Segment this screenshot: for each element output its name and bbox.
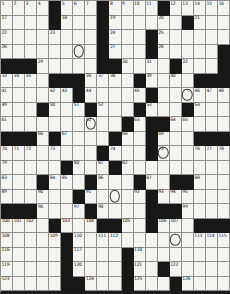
grid-cell[interactable] [73, 30, 85, 45]
grid-cell[interactable]: 126 [182, 277, 194, 292]
grid-cell[interactable] [73, 219, 85, 234]
grid-cell[interactable] [206, 262, 218, 277]
grid-cell[interactable]: 117 [73, 248, 85, 263]
grid-cell[interactable]: 65 [182, 117, 194, 132]
grid-cell[interactable] [158, 233, 170, 248]
grid-cell[interactable]: 99 [182, 204, 194, 219]
grid-cell[interactable] [61, 103, 73, 118]
grid-cell[interactable]: 83 [1, 175, 13, 190]
grid-cell[interactable]: 67 [61, 132, 73, 147]
grid-cell[interactable] [85, 16, 97, 31]
grid-cell[interactable] [122, 88, 134, 103]
grid-cell[interactable]: 20 [158, 16, 170, 31]
grid-cell[interactable]: 46 [194, 88, 206, 103]
grid-cell[interactable]: 75 [158, 146, 170, 161]
grid-cell[interactable]: 97 [73, 204, 85, 219]
grid-cell[interactable] [122, 175, 134, 190]
grid-cell[interactable]: 121 [134, 262, 146, 277]
grid-cell[interactable]: 4 [37, 1, 49, 16]
grid-cell[interactable] [146, 277, 158, 292]
grid-cell[interactable] [25, 277, 37, 292]
grid-cell[interactable]: 104 [85, 219, 97, 234]
grid-cell[interactable]: 17 [1, 16, 13, 31]
grid-cell[interactable]: 93 [158, 190, 170, 205]
grid-cell[interactable] [122, 146, 134, 161]
grid-cell[interactable] [206, 175, 218, 190]
grid-cell[interactable]: 11 [146, 1, 158, 16]
grid-cell[interactable] [122, 204, 134, 219]
grid-cell[interactable]: 22 [1, 30, 13, 45]
grid-cell[interactable]: 13 [182, 1, 194, 16]
grid-cell[interactable] [122, 74, 134, 89]
grid-cell[interactable] [206, 16, 218, 31]
grid-cell[interactable]: 2 [13, 1, 25, 16]
grid-cell[interactable] [49, 45, 61, 60]
grid-cell[interactable]: 26 [1, 45, 13, 60]
grid-cell[interactable] [97, 262, 109, 277]
grid-cell[interactable] [37, 88, 49, 103]
grid-cell[interactable] [206, 204, 218, 219]
grid-cell[interactable] [122, 190, 134, 205]
grid-cell[interactable] [170, 88, 182, 103]
grid-cell[interactable] [109, 277, 121, 292]
grid-cell[interactable] [61, 30, 73, 45]
grid-cell[interactable] [182, 219, 194, 234]
grid-cell[interactable] [182, 233, 194, 248]
grid-cell[interactable]: 101 [13, 219, 25, 234]
grid-cell[interactable] [97, 88, 109, 103]
grid-cell[interactable] [218, 117, 230, 132]
grid-cell[interactable] [170, 132, 182, 147]
grid-cell[interactable] [25, 88, 37, 103]
grid-cell[interactable] [49, 59, 61, 74]
grid-cell[interactable] [85, 233, 97, 248]
grid-cell[interactable]: 87 [146, 175, 158, 190]
grid-cell[interactable]: 52 [97, 103, 109, 118]
grid-cell[interactable] [122, 16, 134, 31]
grid-cell[interactable]: 50 [49, 103, 61, 118]
grid-cell[interactable] [13, 103, 25, 118]
grid-cell[interactable] [206, 103, 218, 118]
grid-cell[interactable]: 76 [194, 146, 206, 161]
grid-cell[interactable] [206, 30, 218, 45]
grid-cell[interactable] [25, 117, 37, 132]
grid-cell[interactable] [13, 45, 25, 60]
grid-cell[interactable]: 51 [73, 103, 85, 118]
grid-cell[interactable]: 123 [1, 277, 13, 292]
grid-cell[interactable]: 15 [206, 1, 218, 16]
grid-cell[interactable]: 62 [85, 117, 97, 132]
grid-cell[interactable] [73, 45, 85, 60]
grid-cell[interactable] [37, 161, 49, 176]
grid-cell[interactable] [25, 16, 37, 31]
grid-cell[interactable]: 106 [158, 219, 170, 234]
grid-cell[interactable] [134, 30, 146, 45]
grid-cell[interactable]: 70 [1, 146, 13, 161]
grid-cell[interactable] [218, 161, 230, 176]
grid-cell[interactable] [109, 103, 121, 118]
grid-cell[interactable] [170, 146, 182, 161]
grid-cell[interactable] [109, 175, 121, 190]
grid-cell[interactable]: 28 [158, 45, 170, 60]
grid-cell[interactable]: 3 [25, 1, 37, 16]
grid-cell[interactable] [146, 233, 158, 248]
grid-cell[interactable]: 68 [122, 132, 134, 147]
grid-cell[interactable] [194, 161, 206, 176]
grid-cell[interactable] [25, 161, 37, 176]
grid-cell[interactable] [13, 88, 25, 103]
grid-cell[interactable]: 108 [1, 233, 13, 248]
grid-cell[interactable] [85, 59, 97, 74]
grid-cell[interactable] [85, 262, 97, 277]
grid-cell[interactable] [218, 103, 230, 118]
grid-cell[interactable] [170, 161, 182, 176]
grid-cell[interactable] [158, 59, 170, 74]
grid-cell[interactable]: 49 [1, 103, 13, 118]
grid-cell[interactable] [73, 117, 85, 132]
grid-cell[interactable] [146, 161, 158, 176]
grid-cell[interactable] [109, 190, 121, 205]
grid-cell[interactable] [122, 233, 134, 248]
grid-cell[interactable] [206, 277, 218, 292]
grid-cell[interactable]: 16 [218, 1, 230, 16]
grid-cell[interactable] [13, 161, 25, 176]
grid-cell[interactable]: 79 [1, 161, 13, 176]
grid-cell[interactable]: 8 [109, 1, 121, 16]
grid-cell[interactable]: 107 [170, 219, 182, 234]
grid-cell[interactable] [182, 45, 194, 60]
grid-cell[interactable]: 6 [73, 1, 85, 16]
grid-cell[interactable] [37, 16, 49, 31]
grid-cell[interactable]: 64 [170, 117, 182, 132]
grid-cell[interactable]: 119 [1, 262, 13, 277]
grid-cell[interactable] [182, 161, 194, 176]
grid-cell[interactable] [170, 16, 182, 31]
grid-cell[interactable] [49, 277, 61, 292]
grid-cell[interactable]: 85 [61, 175, 73, 190]
grid-cell[interactable] [97, 248, 109, 263]
grid-cell[interactable] [194, 248, 206, 263]
grid-cell[interactable]: 9 [122, 1, 134, 16]
grid-cell[interactable] [49, 117, 61, 132]
grid-cell[interactable] [134, 146, 146, 161]
grid-cell[interactable] [194, 117, 206, 132]
grid-cell[interactable] [73, 59, 85, 74]
grid-cell[interactable]: 74 [109, 146, 121, 161]
grid-cell[interactable]: 73 [49, 146, 61, 161]
grid-cell[interactable]: 63 [134, 117, 146, 132]
grid-cell[interactable]: 124 [85, 277, 97, 292]
grid-cell[interactable] [85, 248, 97, 263]
grid-cell[interactable] [61, 45, 73, 60]
grid-cell[interactable]: 31 [146, 59, 158, 74]
grid-cell[interactable] [206, 59, 218, 74]
grid-cell[interactable]: 89 [1, 190, 13, 205]
grid-cell[interactable]: 19 [109, 16, 121, 31]
grid-cell[interactable]: 113 [194, 233, 206, 248]
grid-cell[interactable] [61, 146, 73, 161]
grid-cell[interactable]: 12 [170, 1, 182, 16]
grid-cell[interactable] [158, 74, 170, 89]
grid-cell[interactable] [97, 132, 109, 147]
grid-cell[interactable] [206, 190, 218, 205]
grid-cell[interactable]: 80 [73, 161, 85, 176]
grid-cell[interactable]: 98 [97, 204, 109, 219]
grid-cell[interactable]: 90 [37, 190, 49, 205]
grid-cell[interactable] [37, 45, 49, 60]
grid-cell[interactable] [218, 204, 230, 219]
grid-cell[interactable]: 112 [109, 233, 121, 248]
grid-cell[interactable]: 118 [134, 248, 146, 263]
grid-cell[interactable] [61, 204, 73, 219]
grid-cell[interactable]: 1 [1, 1, 13, 16]
grid-cell[interactable] [61, 117, 73, 132]
grid-cell[interactable] [170, 30, 182, 45]
grid-cell[interactable]: 111 [97, 233, 109, 248]
grid-cell[interactable] [13, 30, 25, 45]
grid-cell[interactable]: 92 [134, 190, 146, 205]
grid-cell[interactable]: 5 [61, 1, 73, 16]
grid-cell[interactable]: 103 [61, 219, 73, 234]
grid-cell[interactable] [146, 262, 158, 277]
grid-cell[interactable]: 47 [206, 88, 218, 103]
grid-cell[interactable]: 39 [146, 74, 158, 89]
grid-cell[interactable] [218, 262, 230, 277]
grid-cell[interactable] [25, 103, 37, 118]
grid-cell[interactable]: 44 [85, 88, 97, 103]
grid-cell[interactable] [109, 88, 121, 103]
grid-cell[interactable] [25, 248, 37, 263]
grid-cell[interactable] [25, 233, 37, 248]
grid-cell[interactable] [37, 30, 49, 45]
grid-cell[interactable] [218, 190, 230, 205]
grid-cell[interactable]: 115 [218, 233, 230, 248]
grid-cell[interactable]: 7 [85, 1, 97, 16]
grid-cell[interactable]: 37 [97, 74, 109, 89]
grid-cell[interactable]: 78 [218, 146, 230, 161]
grid-cell[interactable] [182, 74, 194, 89]
grid-cell[interactable] [37, 233, 49, 248]
grid-cell[interactable] [13, 248, 25, 263]
grid-cell[interactable] [134, 219, 146, 234]
grid-cell[interactable]: 69 [158, 132, 170, 147]
grid-cell[interactable]: 94 [170, 190, 182, 205]
grid-cell[interactable] [85, 146, 97, 161]
grid-cell[interactable] [109, 204, 121, 219]
grid-cell[interactable]: 109 [49, 233, 61, 248]
grid-cell[interactable] [25, 190, 37, 205]
grid-cell[interactable]: 96 [37, 204, 49, 219]
grid-cell[interactable] [134, 132, 146, 147]
grid-cell[interactable] [218, 248, 230, 263]
grid-cell[interactable] [109, 262, 121, 277]
grid-cell[interactable] [194, 45, 206, 60]
grid-cell[interactable]: 53 [146, 103, 158, 118]
grid-cell[interactable]: 114 [206, 233, 218, 248]
grid-cell[interactable]: 88 [194, 175, 206, 190]
grid-cell[interactable] [73, 132, 85, 147]
grid-cell[interactable]: 35 [25, 74, 37, 89]
grid-cell[interactable]: 34 [13, 74, 25, 89]
grid-cell[interactable] [85, 45, 97, 60]
grid-cell[interactable] [194, 59, 206, 74]
grid-cell[interactable]: 71 [13, 146, 25, 161]
grid-cell[interactable]: 66 [37, 132, 49, 147]
grid-cell[interactable] [158, 277, 170, 292]
grid-cell[interactable] [109, 248, 121, 263]
grid-cell[interactable] [182, 30, 194, 45]
grid-cell[interactable] [49, 161, 61, 176]
grid-cell[interactable] [97, 190, 109, 205]
grid-cell[interactable] [73, 175, 85, 190]
grid-cell[interactable] [122, 103, 134, 118]
grid-cell[interactable]: 25 [158, 30, 170, 45]
grid-cell[interactable] [206, 117, 218, 132]
grid-cell[interactable] [13, 16, 25, 31]
grid-cell[interactable]: 30 [122, 59, 134, 74]
grid-cell[interactable] [97, 117, 109, 132]
grid-cell[interactable]: 29 [37, 59, 49, 74]
grid-cell[interactable] [182, 88, 194, 103]
grid-cell[interactable] [73, 16, 85, 31]
grid-cell[interactable] [25, 175, 37, 190]
grid-cell[interactable] [170, 45, 182, 60]
grid-cell[interactable] [158, 161, 170, 176]
grid-cell[interactable]: 32 [182, 59, 194, 74]
grid-cell[interactable] [97, 277, 109, 292]
grid-cell[interactable] [182, 248, 194, 263]
grid-cell[interactable] [85, 132, 97, 147]
grid-cell[interactable] [218, 277, 230, 292]
grid-cell[interactable] [134, 233, 146, 248]
grid-cell[interactable]: 72 [25, 146, 37, 161]
grid-cell[interactable] [13, 175, 25, 190]
grid-cell[interactable] [37, 74, 49, 89]
grid-cell[interactable] [73, 146, 85, 161]
grid-cell[interactable] [134, 204, 146, 219]
grid-cell[interactable] [146, 248, 158, 263]
grid-cell[interactable] [158, 175, 170, 190]
grid-cell[interactable]: 48 [218, 88, 230, 103]
grid-cell[interactable] [13, 117, 25, 132]
grid-cell[interactable] [37, 219, 49, 234]
grid-cell[interactable]: 102 [25, 219, 37, 234]
grid-cell[interactable]: 43 [61, 88, 73, 103]
grid-cell[interactable] [206, 161, 218, 176]
grid-cell[interactable]: 91 [85, 190, 97, 205]
grid-cell[interactable] [109, 117, 121, 132]
grid-cell[interactable]: 84 [49, 175, 61, 190]
grid-cell[interactable] [122, 45, 134, 60]
grid-cell[interactable] [194, 30, 206, 45]
grid-cell[interactable] [182, 132, 194, 147]
grid-cell[interactable] [134, 161, 146, 176]
grid-cell[interactable] [122, 30, 134, 45]
grid-cell[interactable] [37, 248, 49, 263]
grid-cell[interactable]: 14 [194, 1, 206, 16]
grid-cell[interactable]: 82 [122, 161, 134, 176]
grid-cell[interactable] [194, 190, 206, 205]
grid-cell[interactable] [194, 204, 206, 219]
grid-cell[interactable] [85, 161, 97, 176]
grid-cell[interactable]: 45 [134, 88, 146, 103]
grid-cell[interactable] [206, 45, 218, 60]
grid-cell[interactable]: 95 [182, 190, 194, 205]
grid-cell[interactable] [182, 146, 194, 161]
grid-cell[interactable]: 110 [73, 233, 85, 248]
grid-cell[interactable] [218, 16, 230, 31]
grid-cell[interactable]: 77 [206, 146, 218, 161]
grid-cell[interactable]: 86 [97, 175, 109, 190]
grid-cell[interactable]: 24 [109, 30, 121, 45]
grid-cell[interactable] [37, 117, 49, 132]
grid-cell[interactable] [25, 45, 37, 60]
grid-cell[interactable] [49, 262, 61, 277]
grid-cell[interactable] [13, 233, 25, 248]
grid-cell[interactable] [158, 248, 170, 263]
grid-cell[interactable]: 116 [1, 248, 13, 263]
grid-cell[interactable]: 81 [97, 161, 109, 176]
grid-cell[interactable]: 38 [109, 74, 121, 89]
grid-cell[interactable]: 33 [1, 74, 13, 89]
grid-cell[interactable]: 10 [134, 1, 146, 16]
grid-cell[interactable]: 100 [1, 219, 13, 234]
grid-cell[interactable]: 122 [170, 262, 182, 277]
grid-cell[interactable] [13, 277, 25, 292]
grid-cell[interactable]: 42 [49, 88, 61, 103]
grid-cell[interactable] [134, 45, 146, 60]
grid-cell[interactable]: 41 [1, 88, 13, 103]
grid-cell[interactable] [85, 30, 97, 45]
grid-cell[interactable] [170, 233, 182, 248]
grid-cell[interactable] [158, 103, 170, 118]
grid-cell[interactable] [61, 59, 73, 74]
grid-cell[interactable] [194, 262, 206, 277]
grid-cell[interactable] [25, 262, 37, 277]
grid-cell[interactable] [61, 190, 73, 205]
grid-cell[interactable] [25, 30, 37, 45]
grid-cell[interactable]: 21 [194, 16, 206, 31]
grid-cell[interactable] [134, 59, 146, 74]
grid-cell[interactable] [170, 103, 182, 118]
grid-cell[interactable] [13, 262, 25, 277]
grid-cell[interactable]: 36 [85, 74, 97, 89]
grid-cell[interactable]: 120 [73, 262, 85, 277]
grid-cell[interactable] [158, 88, 170, 103]
grid-cell[interactable] [218, 30, 230, 45]
grid-cell[interactable] [49, 190, 61, 205]
grid-cell[interactable] [182, 262, 194, 277]
grid-cell[interactable] [146, 16, 158, 31]
grid-cell[interactable]: 61 [1, 117, 13, 132]
grid-cell[interactable] [49, 248, 61, 263]
grid-cell[interactable]: 40 [170, 74, 182, 89]
grid-cell[interactable]: 54 [194, 103, 206, 118]
grid-cell[interactable] [134, 16, 146, 31]
grid-cell[interactable] [49, 204, 61, 219]
grid-cell[interactable] [218, 175, 230, 190]
grid-cell[interactable] [206, 248, 218, 263]
grid-cell[interactable]: 27 [109, 45, 121, 60]
grid-cell[interactable] [194, 277, 206, 292]
grid-cell[interactable] [13, 190, 25, 205]
grid-cell[interactable] [37, 262, 49, 277]
grid-cell[interactable] [170, 248, 182, 263]
grid-cell[interactable]: 23 [49, 30, 61, 45]
grid-cell[interactable]: 105 [122, 219, 134, 234]
grid-cell[interactable]: 18 [61, 16, 73, 31]
grid-cell[interactable] [37, 277, 49, 292]
